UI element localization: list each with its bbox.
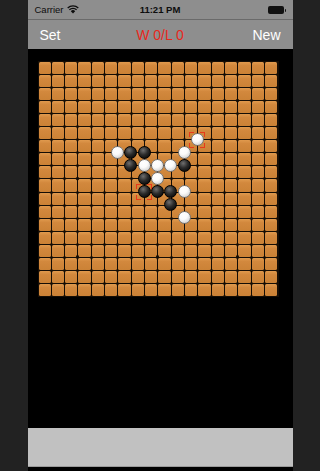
board-cell[interactable] bbox=[158, 62, 170, 74]
board-cell[interactable] bbox=[225, 179, 237, 191]
board-cell[interactable] bbox=[238, 166, 250, 178]
board-cell[interactable] bbox=[252, 88, 264, 100]
board-cell[interactable] bbox=[105, 245, 117, 257]
black-stone bbox=[138, 185, 151, 198]
board-cell[interactable] bbox=[252, 166, 264, 178]
board-cell[interactable] bbox=[238, 75, 250, 87]
board-cell[interactable] bbox=[52, 271, 64, 283]
board-cell[interactable] bbox=[78, 166, 90, 178]
board-cell[interactable] bbox=[265, 206, 277, 218]
board-cell[interactable] bbox=[52, 219, 64, 231]
board-cell[interactable] bbox=[145, 219, 157, 231]
board-cell[interactable] bbox=[105, 166, 117, 178]
board-cell[interactable] bbox=[185, 75, 197, 87]
board-cell[interactable] bbox=[265, 219, 277, 231]
board-cell[interactable] bbox=[265, 284, 277, 296]
board-cell[interactable] bbox=[212, 88, 224, 100]
board-cell[interactable] bbox=[212, 284, 224, 296]
board-cell[interactable] bbox=[238, 88, 250, 100]
white-stone bbox=[191, 133, 204, 146]
carrier-label: Carrier bbox=[35, 4, 64, 15]
board-cell[interactable] bbox=[52, 166, 64, 178]
board-cell[interactable] bbox=[172, 127, 184, 139]
board-cell[interactable] bbox=[118, 245, 130, 257]
board-cell[interactable] bbox=[52, 114, 64, 126]
board-cell[interactable] bbox=[52, 193, 64, 205]
board-cell[interactable] bbox=[78, 179, 90, 191]
board-cell[interactable] bbox=[52, 232, 64, 244]
board-cell[interactable] bbox=[198, 75, 210, 87]
board-cell[interactable] bbox=[65, 219, 77, 231]
board-cell[interactable] bbox=[212, 232, 224, 244]
star-point bbox=[236, 99, 239, 102]
board-cell[interactable] bbox=[238, 232, 250, 244]
board-cell[interactable] bbox=[238, 245, 250, 257]
board-cell[interactable] bbox=[145, 62, 157, 74]
board-cell[interactable] bbox=[78, 140, 90, 152]
board-cell[interactable] bbox=[212, 245, 224, 257]
board-cell[interactable] bbox=[92, 179, 104, 191]
board-cell[interactable] bbox=[52, 206, 64, 218]
board-cell[interactable] bbox=[198, 258, 210, 270]
board-cell[interactable] bbox=[92, 193, 104, 205]
board-cell[interactable] bbox=[39, 153, 51, 165]
wifi-icon bbox=[67, 5, 79, 14]
board-cell[interactable] bbox=[265, 62, 277, 74]
board-cell[interactable] bbox=[92, 88, 104, 100]
board-cell[interactable] bbox=[225, 114, 237, 126]
board-cell[interactable] bbox=[65, 284, 77, 296]
board-cell[interactable] bbox=[65, 75, 77, 87]
black-stone bbox=[178, 159, 191, 172]
board-cell[interactable] bbox=[158, 284, 170, 296]
board-cell[interactable] bbox=[78, 271, 90, 283]
board-cell[interactable] bbox=[105, 219, 117, 231]
board-cell[interactable] bbox=[92, 219, 104, 231]
board-cell[interactable] bbox=[172, 245, 184, 257]
board-cell[interactable] bbox=[252, 153, 264, 165]
board-cell[interactable] bbox=[78, 219, 90, 231]
board-cell[interactable] bbox=[118, 179, 130, 191]
board-cell[interactable] bbox=[132, 88, 144, 100]
board-cell[interactable] bbox=[132, 101, 144, 113]
board-cell[interactable] bbox=[198, 88, 210, 100]
board-cell[interactable] bbox=[252, 179, 264, 191]
board-cell[interactable] bbox=[39, 166, 51, 178]
board-cell[interactable] bbox=[118, 206, 130, 218]
board-cell[interactable] bbox=[39, 127, 51, 139]
board-cell[interactable] bbox=[225, 140, 237, 152]
board-cell[interactable] bbox=[52, 179, 64, 191]
board-cell[interactable] bbox=[145, 114, 157, 126]
nav-bar: Set W 0/L 0 New bbox=[28, 20, 293, 49]
board-cell[interactable] bbox=[265, 232, 277, 244]
gomoku-board[interactable] bbox=[38, 61, 279, 297]
board-cell[interactable] bbox=[52, 140, 64, 152]
board-cell[interactable] bbox=[198, 62, 210, 74]
board-cell[interactable] bbox=[92, 206, 104, 218]
board-cell[interactable] bbox=[158, 88, 170, 100]
board-cell[interactable] bbox=[92, 166, 104, 178]
board-cell[interactable] bbox=[225, 232, 237, 244]
board-cell[interactable] bbox=[238, 179, 250, 191]
board-cell[interactable] bbox=[65, 271, 77, 283]
board-cell[interactable] bbox=[118, 232, 130, 244]
board-cell[interactable] bbox=[225, 127, 237, 139]
board-cell[interactable] bbox=[92, 101, 104, 113]
board-cell[interactable] bbox=[158, 75, 170, 87]
board-cell[interactable] bbox=[65, 258, 77, 270]
board-cell[interactable] bbox=[118, 88, 130, 100]
board-cell[interactable] bbox=[145, 232, 157, 244]
board-cell[interactable] bbox=[198, 271, 210, 283]
board-cell[interactable] bbox=[52, 75, 64, 87]
board-cell[interactable] bbox=[118, 75, 130, 87]
board-cell[interactable] bbox=[198, 114, 210, 126]
board-cell[interactable] bbox=[65, 127, 77, 139]
board-cell[interactable] bbox=[52, 62, 64, 74]
board-cell[interactable] bbox=[238, 284, 250, 296]
board-cell[interactable] bbox=[265, 193, 277, 205]
board-cell[interactable] bbox=[92, 245, 104, 257]
board-cell[interactable] bbox=[158, 271, 170, 283]
board-cell[interactable] bbox=[145, 258, 157, 270]
board-cell[interactable] bbox=[185, 62, 197, 74]
board-cell[interactable] bbox=[252, 271, 264, 283]
board-cell[interactable] bbox=[78, 206, 90, 218]
board-cell[interactable] bbox=[185, 88, 197, 100]
board-cell[interactable] bbox=[252, 114, 264, 126]
board-cell[interactable] bbox=[65, 140, 77, 152]
board-cell[interactable] bbox=[39, 219, 51, 231]
board-cell[interactable] bbox=[212, 114, 224, 126]
board-cell[interactable] bbox=[158, 245, 170, 257]
board-cell[interactable] bbox=[78, 193, 90, 205]
board-cell[interactable] bbox=[78, 153, 90, 165]
board-cell[interactable] bbox=[92, 127, 104, 139]
board-cell[interactable] bbox=[252, 101, 264, 113]
board-cell[interactable] bbox=[105, 193, 117, 205]
board-cell[interactable] bbox=[145, 284, 157, 296]
board-cell[interactable] bbox=[132, 219, 144, 231]
board-cell[interactable] bbox=[92, 140, 104, 152]
board-cell[interactable] bbox=[39, 258, 51, 270]
board-cell[interactable] bbox=[145, 271, 157, 283]
board-cell[interactable] bbox=[265, 75, 277, 87]
board-cell[interactable] bbox=[225, 101, 237, 113]
board-cell[interactable] bbox=[118, 219, 130, 231]
board-cell[interactable] bbox=[118, 114, 130, 126]
board-cell[interactable] bbox=[158, 232, 170, 244]
board-cell[interactable] bbox=[39, 75, 51, 87]
board-cell[interactable] bbox=[52, 258, 64, 270]
board-cell[interactable] bbox=[145, 206, 157, 218]
ad-banner-placeholder bbox=[28, 428, 293, 467]
star-point bbox=[156, 99, 159, 102]
board-cell[interactable] bbox=[78, 101, 90, 113]
board-cell[interactable] bbox=[212, 271, 224, 283]
board-cell[interactable] bbox=[172, 232, 184, 244]
board-cell[interactable] bbox=[92, 75, 104, 87]
board-cell[interactable] bbox=[252, 219, 264, 231]
board-cell[interactable] bbox=[252, 258, 264, 270]
board-cell[interactable] bbox=[252, 193, 264, 205]
board-cell[interactable] bbox=[39, 179, 51, 191]
star-point bbox=[236, 255, 239, 258]
board-cell[interactable] bbox=[132, 245, 144, 257]
board-cell[interactable] bbox=[132, 114, 144, 126]
board-cell[interactable] bbox=[212, 62, 224, 74]
board-cell[interactable] bbox=[78, 75, 90, 87]
board-cell[interactable] bbox=[39, 232, 51, 244]
board-cell[interactable] bbox=[158, 101, 170, 113]
status-time: 11:21 PM bbox=[140, 0, 181, 20]
board-cell[interactable] bbox=[198, 193, 210, 205]
board-cell[interactable] bbox=[105, 114, 117, 126]
board-cell[interactable] bbox=[252, 127, 264, 139]
board-cell[interactable] bbox=[172, 62, 184, 74]
board-cell[interactable] bbox=[158, 219, 170, 231]
board-cell[interactable] bbox=[132, 232, 144, 244]
board-cell[interactable] bbox=[265, 153, 277, 165]
board-cell[interactable] bbox=[145, 127, 157, 139]
board-cell[interactable] bbox=[225, 75, 237, 87]
white-stone bbox=[138, 159, 151, 172]
board-cell[interactable] bbox=[118, 258, 130, 270]
board-cell[interactable] bbox=[238, 153, 250, 165]
board-cell[interactable] bbox=[252, 245, 264, 257]
board-cell[interactable] bbox=[132, 258, 144, 270]
board-cell[interactable] bbox=[78, 232, 90, 244]
white-stone bbox=[178, 146, 191, 159]
board-cell[interactable] bbox=[265, 114, 277, 126]
board-cell[interactable] bbox=[39, 62, 51, 74]
board-cell[interactable] bbox=[52, 284, 64, 296]
board-cell[interactable] bbox=[78, 62, 90, 74]
board-cell[interactable] bbox=[65, 193, 77, 205]
board-cell[interactable] bbox=[92, 114, 104, 126]
board-cell[interactable] bbox=[212, 75, 224, 87]
board-cell[interactable] bbox=[238, 219, 250, 231]
board-cell[interactable] bbox=[132, 62, 144, 74]
board-cell[interactable] bbox=[225, 284, 237, 296]
board-cell[interactable] bbox=[65, 62, 77, 74]
board-cell[interactable] bbox=[78, 88, 90, 100]
board-cell[interactable] bbox=[118, 193, 130, 205]
board-cell[interactable] bbox=[105, 232, 117, 244]
board-cell[interactable] bbox=[172, 258, 184, 270]
status-bar: Carrier 11:21 PM bbox=[28, 0, 293, 20]
board-cell[interactable] bbox=[238, 127, 250, 139]
board-cell[interactable] bbox=[212, 153, 224, 165]
board-cell[interactable] bbox=[265, 127, 277, 139]
board-cell[interactable] bbox=[265, 140, 277, 152]
board-cell[interactable] bbox=[39, 193, 51, 205]
board-cell[interactable] bbox=[158, 258, 170, 270]
board-cell[interactable] bbox=[118, 101, 130, 113]
board-cell[interactable] bbox=[198, 206, 210, 218]
board-cell[interactable] bbox=[225, 271, 237, 283]
board-cell[interactable] bbox=[145, 101, 157, 113]
board-cell[interactable] bbox=[105, 284, 117, 296]
board-cell[interactable] bbox=[39, 206, 51, 218]
board-cell[interactable] bbox=[265, 166, 277, 178]
board-cell[interactable] bbox=[212, 101, 224, 113]
board-cell[interactable] bbox=[105, 101, 117, 113]
board-cell[interactable] bbox=[172, 284, 184, 296]
board-cell[interactable] bbox=[252, 206, 264, 218]
board-cell[interactable] bbox=[158, 127, 170, 139]
board-cell[interactable] bbox=[158, 114, 170, 126]
board-cell[interactable] bbox=[105, 179, 117, 191]
board-cell[interactable] bbox=[132, 206, 144, 218]
board-cell[interactable] bbox=[52, 127, 64, 139]
board-cell[interactable] bbox=[132, 284, 144, 296]
board-cell[interactable] bbox=[265, 271, 277, 283]
board-cell[interactable] bbox=[252, 284, 264, 296]
board-cell[interactable] bbox=[212, 140, 224, 152]
board-cell[interactable] bbox=[185, 271, 197, 283]
board-cell[interactable] bbox=[185, 258, 197, 270]
board-cell[interactable] bbox=[132, 127, 144, 139]
board-cell[interactable] bbox=[198, 245, 210, 257]
board-cell[interactable] bbox=[105, 206, 117, 218]
board-cell[interactable] bbox=[172, 101, 184, 113]
board-cell[interactable] bbox=[92, 284, 104, 296]
board-cell[interactable] bbox=[212, 127, 224, 139]
board-cell[interactable] bbox=[65, 114, 77, 126]
board-cell[interactable] bbox=[198, 153, 210, 165]
board-cell[interactable] bbox=[265, 258, 277, 270]
board-cell[interactable] bbox=[78, 127, 90, 139]
board-cell[interactable] bbox=[132, 75, 144, 87]
board-cell[interactable] bbox=[105, 127, 117, 139]
board-cell[interactable] bbox=[39, 101, 51, 113]
board-cell[interactable] bbox=[78, 114, 90, 126]
board-cell[interactable] bbox=[92, 232, 104, 244]
board-cell[interactable] bbox=[92, 153, 104, 165]
board-cell[interactable] bbox=[185, 232, 197, 244]
app-screen: Carrier 11:21 PM Set W 0/L 0 New bbox=[28, 0, 293, 471]
board-cell[interactable] bbox=[65, 179, 77, 191]
board-cell[interactable] bbox=[118, 62, 130, 74]
board-cell[interactable] bbox=[105, 271, 117, 283]
board-cell[interactable] bbox=[252, 62, 264, 74]
board-cell[interactable] bbox=[185, 101, 197, 113]
board-cell[interactable] bbox=[105, 258, 117, 270]
board-cell[interactable] bbox=[212, 179, 224, 191]
board-cell[interactable] bbox=[172, 75, 184, 87]
board-cell[interactable] bbox=[238, 193, 250, 205]
board-cell[interactable] bbox=[78, 284, 90, 296]
board-cell[interactable] bbox=[212, 219, 224, 231]
board-cell[interactable] bbox=[172, 88, 184, 100]
board-cell[interactable] bbox=[212, 166, 224, 178]
board-cell[interactable] bbox=[105, 75, 117, 87]
board-cell[interactable] bbox=[265, 101, 277, 113]
board-cell[interactable] bbox=[225, 153, 237, 165]
board-cell[interactable] bbox=[118, 271, 130, 283]
board-cell[interactable] bbox=[39, 88, 51, 100]
board-cell[interactable] bbox=[238, 271, 250, 283]
board-cell[interactable] bbox=[132, 271, 144, 283]
board-cell[interactable] bbox=[65, 153, 77, 165]
board-cell[interactable] bbox=[52, 88, 64, 100]
set-button[interactable]: Set bbox=[40, 27, 61, 43]
board-cell[interactable] bbox=[39, 114, 51, 126]
board-cell[interactable] bbox=[185, 245, 197, 257]
board-cell[interactable] bbox=[39, 245, 51, 257]
board-cell[interactable] bbox=[198, 179, 210, 191]
board-cell[interactable] bbox=[78, 258, 90, 270]
board-cell[interactable] bbox=[39, 140, 51, 152]
board-cell[interactable] bbox=[238, 258, 250, 270]
board-cell[interactable] bbox=[65, 101, 77, 113]
black-stone bbox=[138, 172, 151, 185]
board-cell[interactable] bbox=[212, 258, 224, 270]
board-cell[interactable] bbox=[65, 232, 77, 244]
board-cell[interactable] bbox=[252, 75, 264, 87]
board-cell[interactable] bbox=[92, 258, 104, 270]
board-cell[interactable] bbox=[265, 179, 277, 191]
board-cell[interactable] bbox=[238, 114, 250, 126]
board-cell[interactable] bbox=[225, 219, 237, 231]
board-cell[interactable] bbox=[92, 271, 104, 283]
board-cell[interactable] bbox=[225, 258, 237, 270]
board-cell[interactable] bbox=[92, 62, 104, 74]
board-cell[interactable] bbox=[158, 140, 170, 152]
board-cell[interactable] bbox=[212, 193, 224, 205]
board-cell[interactable] bbox=[118, 284, 130, 296]
board-cell[interactable] bbox=[105, 62, 117, 74]
board-cell[interactable] bbox=[225, 206, 237, 218]
board-cell[interactable] bbox=[52, 245, 64, 257]
board-cell[interactable] bbox=[65, 206, 77, 218]
board-cell[interactable] bbox=[145, 75, 157, 87]
board-cell[interactable] bbox=[105, 88, 117, 100]
board-cell[interactable] bbox=[198, 232, 210, 244]
white-stone bbox=[178, 185, 191, 198]
board-cell[interactable] bbox=[185, 114, 197, 126]
board-cell[interactable] bbox=[172, 271, 184, 283]
board-cell[interactable] bbox=[198, 219, 210, 231]
board-cell[interactable] bbox=[265, 88, 277, 100]
board-cell[interactable] bbox=[252, 232, 264, 244]
board-cell[interactable] bbox=[52, 153, 64, 165]
board-cell[interactable] bbox=[238, 62, 250, 74]
board-cell[interactable] bbox=[212, 206, 224, 218]
board-cell[interactable] bbox=[198, 101, 210, 113]
board-cell[interactable] bbox=[225, 193, 237, 205]
board-cell[interactable] bbox=[198, 166, 210, 178]
board-cell[interactable] bbox=[118, 127, 130, 139]
board-cell[interactable] bbox=[39, 271, 51, 283]
board-cell[interactable] bbox=[238, 206, 250, 218]
board-cell[interactable] bbox=[225, 62, 237, 74]
board-cell[interactable] bbox=[265, 245, 277, 257]
board-cell[interactable] bbox=[238, 101, 250, 113]
board-cell[interactable] bbox=[78, 245, 90, 257]
white-stone bbox=[151, 159, 164, 172]
board-cell[interactable] bbox=[198, 284, 210, 296]
board-cell[interactable] bbox=[238, 140, 250, 152]
board-cell[interactable] bbox=[39, 284, 51, 296]
board-cell[interactable] bbox=[172, 114, 184, 126]
board-cell[interactable] bbox=[52, 101, 64, 113]
board-cell[interactable] bbox=[252, 140, 264, 152]
board-cell[interactable] bbox=[185, 284, 197, 296]
new-game-button[interactable]: New bbox=[252, 27, 280, 43]
